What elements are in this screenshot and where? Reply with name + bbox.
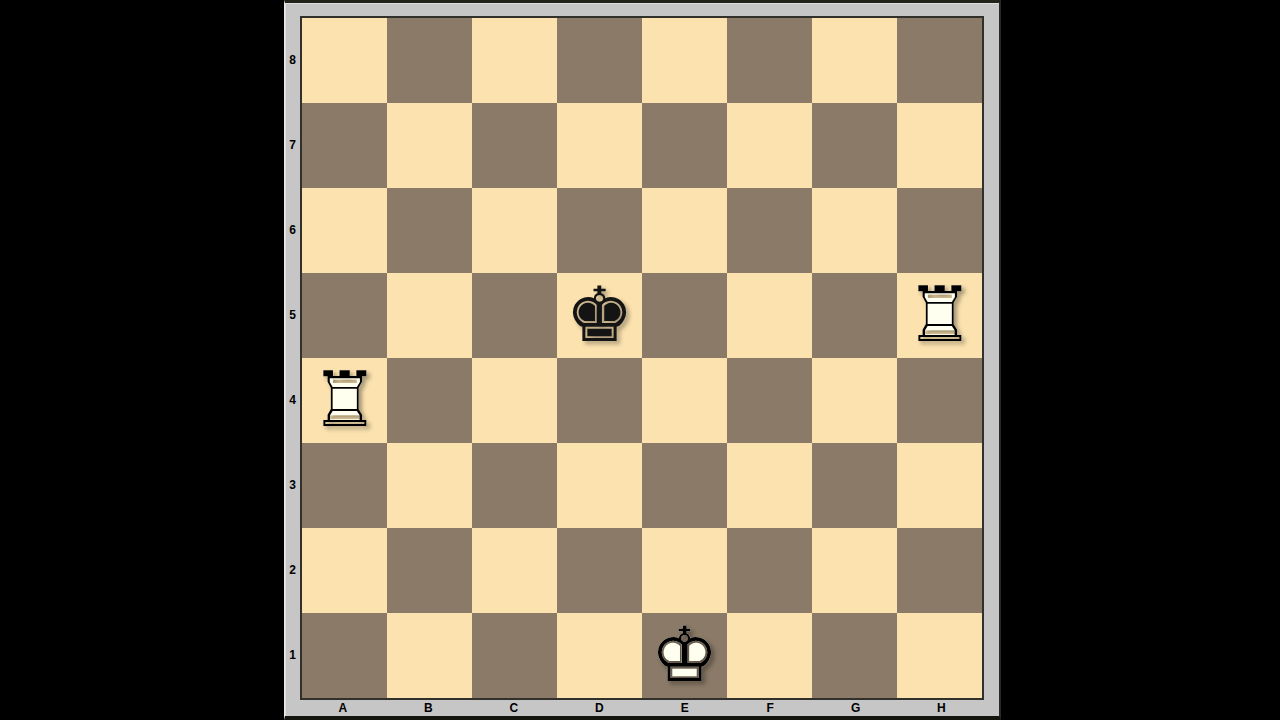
square-b8[interactable] [387,18,472,103]
square-e6[interactable] [642,188,727,273]
square-b6[interactable] [387,188,472,273]
square-e7[interactable] [642,103,727,188]
square-e3[interactable] [642,443,727,528]
square-a5[interactable] [302,273,387,358]
square-b7[interactable] [387,103,472,188]
square-h6[interactable] [897,188,982,273]
file-label-e: E [642,700,728,717]
square-g7[interactable] [812,103,897,188]
square-c8[interactable] [472,18,557,103]
square-e4[interactable] [642,358,727,443]
white-rook-piece: ♜♖ [302,358,387,443]
file-label-h: H [899,700,985,717]
square-h7[interactable] [897,103,982,188]
square-a2[interactable] [302,528,387,613]
square-h3[interactable] [897,443,982,528]
square-f2[interactable] [727,528,812,613]
square-d1[interactable] [557,613,642,698]
square-a8[interactable] [302,18,387,103]
rank-label-5: 5 [285,273,300,358]
black-king-piece: ♚ [557,273,642,358]
rank-label-4: 4 [285,358,300,443]
board-frame: 87654321 ♚♜♖♜♖♚♔ ABCDEFGH [284,0,1001,720]
square-g6[interactable] [812,188,897,273]
square-g3[interactable] [812,443,897,528]
square-c4[interactable] [472,358,557,443]
rank-labels: 87654321 [285,18,300,698]
square-b2[interactable] [387,528,472,613]
square-d2[interactable] [557,528,642,613]
square-h5[interactable]: ♜♖ [897,273,982,358]
square-f7[interactable] [727,103,812,188]
square-d7[interactable] [557,103,642,188]
square-a6[interactable] [302,188,387,273]
square-c6[interactable] [472,188,557,273]
file-labels: ABCDEFGH [300,700,984,717]
square-b5[interactable] [387,273,472,358]
square-c7[interactable] [472,103,557,188]
chess-board: ♚♜♖♜♖♚♔ [300,16,984,700]
square-d6[interactable] [557,188,642,273]
square-f1[interactable] [727,613,812,698]
square-c5[interactable] [472,273,557,358]
square-e2[interactable] [642,528,727,613]
square-e8[interactable] [642,18,727,103]
file-label-c: C [471,700,557,717]
letterbox: 87654321 ♚♜♖♜♖♚♔ ABCDEFGH [0,0,1280,720]
square-a3[interactable] [302,443,387,528]
rank-label-6: 6 [285,188,300,273]
square-e1[interactable]: ♚♔ [642,613,727,698]
square-d8[interactable] [557,18,642,103]
square-g2[interactable] [812,528,897,613]
file-label-f: F [728,700,814,717]
rank-label-2: 2 [285,528,300,613]
rank-label-7: 7 [285,103,300,188]
white-king-piece: ♚♔ [642,613,727,698]
square-d4[interactable] [557,358,642,443]
square-f6[interactable] [727,188,812,273]
file-label-b: B [386,700,472,717]
square-d3[interactable] [557,443,642,528]
square-h1[interactable] [897,613,982,698]
rank-label-8: 8 [285,18,300,103]
square-h2[interactable] [897,528,982,613]
square-e5[interactable] [642,273,727,358]
square-g8[interactable] [812,18,897,103]
square-f3[interactable] [727,443,812,528]
square-a1[interactable] [302,613,387,698]
square-f4[interactable] [727,358,812,443]
square-h4[interactable] [897,358,982,443]
square-c3[interactable] [472,443,557,528]
file-label-d: D [557,700,643,717]
square-b4[interactable] [387,358,472,443]
square-f5[interactable] [727,273,812,358]
square-b3[interactable] [387,443,472,528]
square-c2[interactable] [472,528,557,613]
square-d5[interactable]: ♚ [557,273,642,358]
square-g4[interactable] [812,358,897,443]
square-f8[interactable] [727,18,812,103]
file-label-a: A [300,700,386,717]
square-a7[interactable] [302,103,387,188]
square-b1[interactable] [387,613,472,698]
square-g1[interactable] [812,613,897,698]
square-g5[interactable] [812,273,897,358]
square-a4[interactable]: ♜♖ [302,358,387,443]
square-c1[interactable] [472,613,557,698]
file-label-g: G [813,700,899,717]
rank-label-1: 1 [285,613,300,698]
rank-label-3: 3 [285,443,300,528]
white-rook-piece: ♜♖ [897,273,982,358]
square-h8[interactable] [897,18,982,103]
